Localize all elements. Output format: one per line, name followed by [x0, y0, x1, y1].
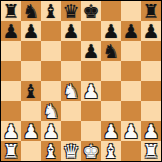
square-b5[interactable] [21, 61, 41, 81]
white-knight-piece[interactable]: ♞ [62, 81, 79, 101]
square-c5[interactable] [41, 61, 61, 81]
white-knight-piece[interactable]: ♞ [42, 101, 59, 121]
chess-board-frame: ♜♞♝♛♚♜♟♟♟♟♟♟♟♞♝♞♟♞♟♟♟♟♟♟♜♝♛♚♝♜ [0, 0, 162, 162]
black-knight-piece[interactable]: ♞ [22, 1, 39, 21]
square-e3[interactable] [81, 101, 101, 121]
black-king-piece[interactable]: ♚ [82, 1, 99, 21]
white-rook-piece[interactable]: ♜ [2, 141, 19, 161]
square-a8[interactable]: ♜ [1, 1, 21, 21]
square-b1[interactable] [21, 141, 41, 161]
square-a6[interactable] [1, 41, 21, 61]
black-rook-piece[interactable]: ♜ [142, 1, 159, 21]
black-pawn-piece[interactable]: ♟ [102, 21, 119, 41]
square-b3[interactable] [21, 101, 41, 121]
black-pawn-piece[interactable]: ♟ [62, 21, 79, 41]
white-pawn-piece[interactable]: ♟ [42, 121, 59, 141]
square-g5[interactable] [121, 61, 141, 81]
square-d5[interactable] [61, 61, 81, 81]
square-c1[interactable]: ♝ [41, 141, 61, 161]
square-f5[interactable] [101, 61, 121, 81]
black-pawn-piece[interactable]: ♟ [82, 41, 99, 61]
square-e6[interactable]: ♟ [81, 41, 101, 61]
square-d6[interactable] [61, 41, 81, 61]
square-b4[interactable]: ♝ [21, 81, 41, 101]
square-d3[interactable] [61, 101, 81, 121]
black-rook-piece[interactable]: ♜ [2, 1, 19, 21]
white-pawn-piece[interactable]: ♟ [2, 121, 19, 141]
square-h4[interactable] [141, 81, 161, 101]
square-a4[interactable] [1, 81, 21, 101]
square-c6[interactable] [41, 41, 61, 61]
white-rook-piece[interactable]: ♜ [142, 141, 159, 161]
square-e8[interactable]: ♚ [81, 1, 101, 21]
square-b8[interactable]: ♞ [21, 1, 41, 21]
square-f7[interactable]: ♟ [101, 21, 121, 41]
black-pawn-piece[interactable]: ♟ [122, 21, 139, 41]
square-d1[interactable]: ♛ [61, 141, 81, 161]
square-h1[interactable]: ♜ [141, 141, 161, 161]
square-b2[interactable]: ♟ [21, 121, 41, 141]
square-h7[interactable]: ♟ [141, 21, 161, 41]
square-g7[interactable]: ♟ [121, 21, 141, 41]
square-b6[interactable] [21, 41, 41, 61]
square-f2[interactable]: ♟ [101, 121, 121, 141]
square-a5[interactable] [1, 61, 21, 81]
chess-board: ♜♞♝♛♚♜♟♟♟♟♟♟♟♞♝♞♟♞♟♟♟♟♟♟♜♝♛♚♝♜ [1, 1, 161, 161]
black-knight-piece[interactable]: ♞ [102, 41, 119, 61]
white-king-piece[interactable]: ♚ [82, 141, 99, 161]
square-c2[interactable]: ♟ [41, 121, 61, 141]
black-queen-piece[interactable]: ♛ [62, 1, 79, 21]
square-f3[interactable] [101, 101, 121, 121]
square-c7[interactable] [41, 21, 61, 41]
white-pawn-piece[interactable]: ♟ [82, 81, 99, 101]
square-g6[interactable] [121, 41, 141, 61]
black-pawn-piece[interactable]: ♟ [2, 21, 19, 41]
white-pawn-piece[interactable]: ♟ [122, 121, 139, 141]
square-f6[interactable]: ♞ [101, 41, 121, 61]
square-d7[interactable]: ♟ [61, 21, 81, 41]
square-f1[interactable]: ♝ [101, 141, 121, 161]
square-f4[interactable] [101, 81, 121, 101]
square-c8[interactable]: ♝ [41, 1, 61, 21]
square-h5[interactable] [141, 61, 161, 81]
white-bishop-piece[interactable]: ♝ [102, 141, 119, 161]
square-e1[interactable]: ♚ [81, 141, 101, 161]
square-d2[interactable] [61, 121, 81, 141]
square-a2[interactable]: ♟ [1, 121, 21, 141]
square-h8[interactable]: ♜ [141, 1, 161, 21]
square-g4[interactable] [121, 81, 141, 101]
black-pawn-piece[interactable]: ♟ [22, 21, 39, 41]
square-g2[interactable]: ♟ [121, 121, 141, 141]
white-pawn-piece[interactable]: ♟ [142, 121, 159, 141]
black-pawn-piece[interactable]: ♟ [142, 21, 159, 41]
square-a3[interactable] [1, 101, 21, 121]
square-e7[interactable] [81, 21, 101, 41]
square-c3[interactable]: ♞ [41, 101, 61, 121]
square-g3[interactable] [121, 101, 141, 121]
white-queen-piece[interactable]: ♛ [62, 141, 79, 161]
square-h3[interactable] [141, 101, 161, 121]
square-f8[interactable] [101, 1, 121, 21]
square-d4[interactable]: ♞ [61, 81, 81, 101]
square-e5[interactable] [81, 61, 101, 81]
square-b7[interactable]: ♟ [21, 21, 41, 41]
square-d8[interactable]: ♛ [61, 1, 81, 21]
white-pawn-piece[interactable]: ♟ [22, 121, 39, 141]
white-pawn-piece[interactable]: ♟ [102, 121, 119, 141]
black-bishop-piece[interactable]: ♝ [42, 1, 59, 21]
square-a7[interactable]: ♟ [1, 21, 21, 41]
square-a1[interactable]: ♜ [1, 141, 21, 161]
square-h2[interactable]: ♟ [141, 121, 161, 141]
square-h6[interactable] [141, 41, 161, 61]
square-g8[interactable] [121, 1, 141, 21]
white-bishop-piece[interactable]: ♝ [42, 141, 59, 161]
square-e2[interactable] [81, 121, 101, 141]
square-e4[interactable]: ♟ [81, 81, 101, 101]
black-bishop-piece[interactable]: ♝ [22, 81, 39, 101]
square-c4[interactable] [41, 81, 61, 101]
square-g1[interactable] [121, 141, 141, 161]
